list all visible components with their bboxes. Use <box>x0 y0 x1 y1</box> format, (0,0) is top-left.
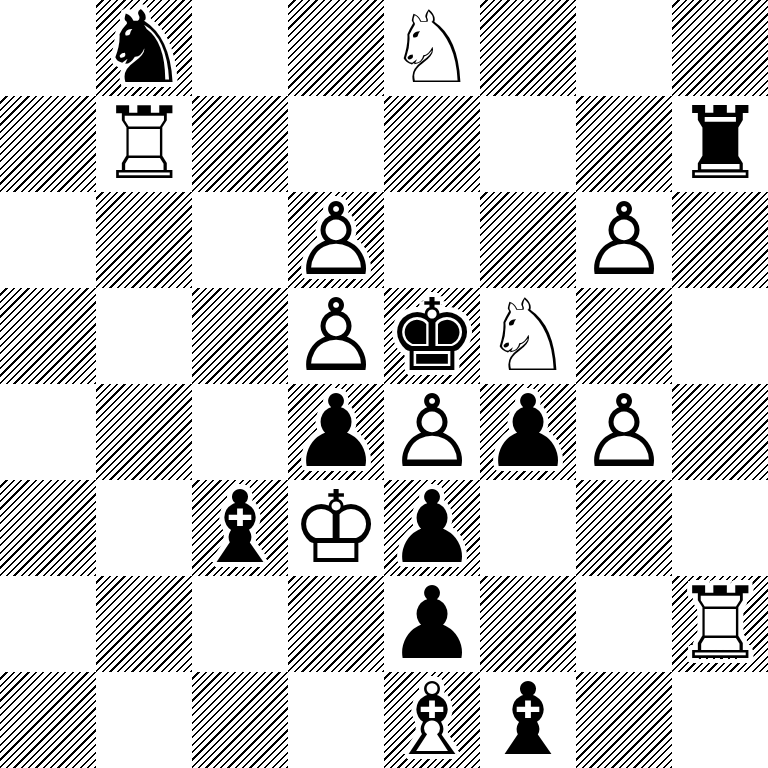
square-a7[interactable] <box>0 96 96 192</box>
square-b7[interactable]: ♜♖ <box>96 96 192 192</box>
square-h2[interactable]: ♜♖ <box>672 576 768 672</box>
square-a6[interactable] <box>0 192 96 288</box>
square-b4[interactable] <box>96 384 192 480</box>
square-e2[interactable]: ♟♟ <box>384 576 480 672</box>
piece-black-pawn-e2[interactable]: ♟♟ <box>384 576 480 672</box>
piece-glyph: ♙ <box>576 192 672 288</box>
square-f3[interactable] <box>480 480 576 576</box>
square-g1[interactable] <box>576 672 672 768</box>
square-a1[interactable] <box>0 672 96 768</box>
square-d4[interactable]: ♟♟ <box>288 384 384 480</box>
square-e6[interactable] <box>384 192 480 288</box>
square-d5[interactable]: ♟♙ <box>288 288 384 384</box>
square-f4[interactable]: ♟♟ <box>480 384 576 480</box>
piece-glyph: ♘ <box>480 288 576 384</box>
piece-glyph: ♘ <box>384 0 480 96</box>
square-c1[interactable] <box>192 672 288 768</box>
square-c3[interactable]: ♝♝ <box>192 480 288 576</box>
piece-black-pawn-e3[interactable]: ♟♟ <box>384 480 480 576</box>
piece-white-bishop-e1[interactable]: ♝♗ <box>384 672 480 768</box>
square-g5[interactable] <box>576 288 672 384</box>
square-h8[interactable] <box>672 0 768 96</box>
square-a3[interactable] <box>0 480 96 576</box>
square-h3[interactable] <box>672 480 768 576</box>
square-e5[interactable]: ♚♚ <box>384 288 480 384</box>
piece-white-rook-h2[interactable]: ♜♖ <box>672 576 768 672</box>
piece-white-pawn-d6[interactable]: ♟♙ <box>288 192 384 288</box>
piece-white-knight-f5[interactable]: ♞♘ <box>480 288 576 384</box>
square-f7[interactable] <box>480 96 576 192</box>
square-d1[interactable] <box>288 672 384 768</box>
piece-glyph: ♜ <box>672 96 768 192</box>
piece-black-pawn-d4[interactable]: ♟♟ <box>288 384 384 480</box>
square-b6[interactable] <box>96 192 192 288</box>
square-b3[interactable] <box>96 480 192 576</box>
piece-white-pawn-g6[interactable]: ♟♙ <box>576 192 672 288</box>
square-h4[interactable] <box>672 384 768 480</box>
square-f5[interactable]: ♞♘ <box>480 288 576 384</box>
square-b5[interactable] <box>96 288 192 384</box>
square-e7[interactable] <box>384 96 480 192</box>
piece-glyph: ♟ <box>384 480 480 576</box>
piece-white-pawn-e4[interactable]: ♟♙ <box>384 384 480 480</box>
square-c7[interactable] <box>192 96 288 192</box>
square-d2[interactable] <box>288 576 384 672</box>
piece-glyph: ♚ <box>384 288 480 384</box>
piece-white-rook-b7[interactable]: ♜♖ <box>96 96 192 192</box>
square-a8[interactable] <box>0 0 96 96</box>
piece-glyph: ♟ <box>480 384 576 480</box>
piece-glyph: ♔ <box>288 480 384 576</box>
square-h6[interactable] <box>672 192 768 288</box>
square-d3[interactable]: ♚♔ <box>288 480 384 576</box>
square-e1[interactable]: ♝♗ <box>384 672 480 768</box>
square-a2[interactable] <box>0 576 96 672</box>
piece-black-knight-b8[interactable]: ♞♞ <box>96 0 192 96</box>
square-e8[interactable]: ♞♘ <box>384 0 480 96</box>
square-h7[interactable]: ♜♜ <box>672 96 768 192</box>
piece-glyph: ♙ <box>288 192 384 288</box>
piece-black-rook-h7[interactable]: ♜♜ <box>672 96 768 192</box>
square-b1[interactable] <box>96 672 192 768</box>
piece-white-pawn-d5[interactable]: ♟♙ <box>288 288 384 384</box>
piece-glyph: ♙ <box>576 384 672 480</box>
square-c2[interactable] <box>192 576 288 672</box>
square-e4[interactable]: ♟♙ <box>384 384 480 480</box>
piece-white-knight-e8[interactable]: ♞♘ <box>384 0 480 96</box>
piece-black-pawn-f4[interactable]: ♟♟ <box>480 384 576 480</box>
square-b8[interactable]: ♞♞ <box>96 0 192 96</box>
chessboard: ♞♞♞♘♜♖♜♜♟♙♟♙♟♙♚♚♞♘♟♟♟♙♟♟♟♙♝♝♚♔♟♟♟♟♜♖♝♗♝♝ <box>0 0 768 768</box>
piece-glyph: ♝ <box>192 480 288 576</box>
piece-white-pawn-g4[interactable]: ♟♙ <box>576 384 672 480</box>
piece-glyph: ♖ <box>672 576 768 672</box>
piece-glyph: ♞ <box>96 0 192 96</box>
square-g7[interactable] <box>576 96 672 192</box>
square-g8[interactable] <box>576 0 672 96</box>
piece-black-bishop-c3[interactable]: ♝♝ <box>192 480 288 576</box>
square-h5[interactable] <box>672 288 768 384</box>
piece-glyph: ♟ <box>384 576 480 672</box>
piece-black-king-e5[interactable]: ♚♚ <box>384 288 480 384</box>
piece-glyph: ♗ <box>384 672 480 768</box>
piece-glyph: ♝ <box>480 672 576 768</box>
square-f6[interactable] <box>480 192 576 288</box>
square-a4[interactable] <box>0 384 96 480</box>
square-d7[interactable] <box>288 96 384 192</box>
square-a5[interactable] <box>0 288 96 384</box>
square-g6[interactable]: ♟♙ <box>576 192 672 288</box>
piece-white-king-d3[interactable]: ♚♔ <box>288 480 384 576</box>
piece-glyph: ♟ <box>288 384 384 480</box>
square-f8[interactable] <box>480 0 576 96</box>
square-c4[interactable] <box>192 384 288 480</box>
piece-glyph: ♖ <box>96 96 192 192</box>
square-h1[interactable] <box>672 672 768 768</box>
square-c6[interactable] <box>192 192 288 288</box>
piece-black-bishop-f1[interactable]: ♝♝ <box>480 672 576 768</box>
square-g2[interactable] <box>576 576 672 672</box>
square-d8[interactable] <box>288 0 384 96</box>
square-e3[interactable]: ♟♟ <box>384 480 480 576</box>
square-f2[interactable] <box>480 576 576 672</box>
square-c8[interactable] <box>192 0 288 96</box>
piece-glyph: ♙ <box>384 384 480 480</box>
square-d6[interactable]: ♟♙ <box>288 192 384 288</box>
piece-glyph: ♙ <box>288 288 384 384</box>
square-f1[interactable]: ♝♝ <box>480 672 576 768</box>
square-c5[interactable] <box>192 288 288 384</box>
square-g4[interactable]: ♟♙ <box>576 384 672 480</box>
square-g3[interactable] <box>576 480 672 576</box>
square-b2[interactable] <box>96 576 192 672</box>
